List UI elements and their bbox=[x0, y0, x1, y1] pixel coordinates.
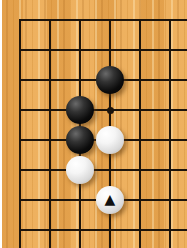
intersection-E16[interactable] bbox=[125, 95, 155, 125]
intersection-C15[interactable] bbox=[65, 125, 95, 155]
intersection-F15[interactable] bbox=[155, 125, 185, 155]
intersection-E18[interactable] bbox=[125, 35, 155, 65]
intersection-B14[interactable] bbox=[35, 155, 65, 185]
white-stone-D13[interactable]: ▲ bbox=[96, 186, 124, 214]
intersection-D18[interactable] bbox=[95, 35, 125, 65]
go-board[interactable]: ▲ bbox=[5, 5, 185, 245]
white-stone-C14[interactable] bbox=[66, 156, 94, 184]
intersection-D14[interactable] bbox=[95, 155, 125, 185]
go-board-screenshot: ▲ bbox=[0, 0, 187, 248]
intersection-B17[interactable] bbox=[35, 65, 65, 95]
intersection-E12[interactable] bbox=[125, 215, 155, 245]
intersection-F16[interactable] bbox=[155, 95, 185, 125]
triangle-marker: ▲ bbox=[105, 192, 116, 206]
intersection-F14[interactable] bbox=[155, 155, 185, 185]
intersection-F19[interactable] bbox=[155, 5, 185, 35]
intersection-B18[interactable] bbox=[35, 35, 65, 65]
star-point-D16 bbox=[107, 107, 114, 114]
intersection-A12[interactable] bbox=[5, 215, 35, 245]
intersection-E17[interactable] bbox=[125, 65, 155, 95]
intersection-B16[interactable] bbox=[35, 95, 65, 125]
intersection-D15[interactable] bbox=[95, 125, 125, 155]
black-stone-D17[interactable] bbox=[96, 66, 124, 94]
intersection-A18[interactable] bbox=[5, 35, 35, 65]
intersection-E19[interactable] bbox=[125, 5, 155, 35]
intersection-C18[interactable] bbox=[65, 35, 95, 65]
intersection-B19[interactable] bbox=[35, 5, 65, 35]
intersection-B12[interactable] bbox=[35, 215, 65, 245]
intersection-C13[interactable] bbox=[65, 185, 95, 215]
intersection-A16[interactable] bbox=[5, 95, 35, 125]
intersection-C16[interactable] bbox=[65, 95, 95, 125]
intersection-C12[interactable] bbox=[65, 215, 95, 245]
intersection-A15[interactable] bbox=[5, 125, 35, 155]
intersection-A14[interactable] bbox=[5, 155, 35, 185]
intersection-C14[interactable] bbox=[65, 155, 95, 185]
left-edge-strip bbox=[0, 0, 2, 248]
intersection-B13[interactable] bbox=[35, 185, 65, 215]
intersection-F12[interactable] bbox=[155, 215, 185, 245]
intersection-A19[interactable] bbox=[5, 5, 35, 35]
intersection-E14[interactable] bbox=[125, 155, 155, 185]
intersection-F18[interactable] bbox=[155, 35, 185, 65]
intersection-D19[interactable] bbox=[95, 5, 125, 35]
intersection-D12[interactable] bbox=[95, 215, 125, 245]
intersection-A13[interactable] bbox=[5, 185, 35, 215]
intersection-D13[interactable]: ▲ bbox=[95, 185, 125, 215]
intersection-E13[interactable] bbox=[125, 185, 155, 215]
intersection-C17[interactable] bbox=[65, 65, 95, 95]
intersection-D17[interactable] bbox=[95, 65, 125, 95]
intersection-E15[interactable] bbox=[125, 125, 155, 155]
black-stone-C15[interactable] bbox=[66, 126, 94, 154]
intersection-D16[interactable] bbox=[95, 95, 125, 125]
white-stone-D15[interactable] bbox=[96, 126, 124, 154]
intersection-B15[interactable] bbox=[35, 125, 65, 155]
intersection-F17[interactable] bbox=[155, 65, 185, 95]
intersection-A17[interactable] bbox=[5, 65, 35, 95]
black-stone-C16[interactable] bbox=[66, 96, 94, 124]
intersection-C19[interactable] bbox=[65, 5, 95, 35]
intersection-F13[interactable] bbox=[155, 185, 185, 215]
